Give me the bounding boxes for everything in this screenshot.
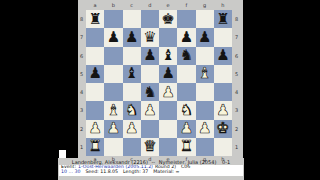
piece-black-pawn: ♟: [88, 66, 101, 81]
square-a7: [86, 28, 104, 46]
square-d1: ♛: [141, 138, 159, 156]
piece-black-pawn: ♟: [216, 48, 229, 63]
file-label-c: c: [123, 2, 141, 9]
square-a3: [86, 101, 104, 119]
square-f5: [177, 65, 195, 83]
rank-label-2: 2: [78, 120, 85, 138]
piece-white-pawn: ♟: [125, 121, 138, 136]
piece-black-pawn: ♟: [107, 30, 120, 45]
square-d4: ♞: [141, 83, 159, 101]
piece-white-rook: ♜: [88, 139, 101, 154]
square-f8: [177, 10, 195, 28]
piece-white-bishop: ♝: [107, 103, 120, 118]
piece-black-pawn: ♟: [125, 30, 138, 45]
eco-code: C06: [181, 165, 190, 170]
rank-label-7: 7: [78, 28, 85, 46]
square-f6: ♞: [177, 47, 195, 65]
file-label-e: e: [159, 2, 177, 9]
square-c3: ♞: [123, 101, 141, 119]
square-h6: ♟: [214, 47, 232, 65]
piece-white-knight: ♞: [125, 103, 138, 118]
rank-label-3: 3: [78, 101, 85, 119]
square-c5: ♝: [123, 65, 141, 83]
square-e3: [159, 101, 177, 119]
moves-token: 10 ... 30: [61, 169, 80, 174]
piece-white-king: ♚: [216, 121, 229, 136]
square-d2: [141, 120, 159, 138]
square-f4: [177, 83, 195, 101]
rank-label-6: 6: [78, 47, 85, 65]
square-e1: [159, 138, 177, 156]
piece-white-bishop: ♝: [198, 66, 211, 81]
square-b3: ♝: [104, 101, 122, 119]
rank-label-7: 7: [233, 28, 240, 46]
rank-label-5: 5: [233, 65, 240, 83]
square-a6: [86, 47, 104, 65]
square-f3: ♞: [177, 101, 195, 119]
square-g5: ♝: [196, 65, 214, 83]
rank-label-8: 8: [233, 10, 240, 28]
square-b4: [104, 83, 122, 101]
square-b1: [104, 138, 122, 156]
square-h8: ♜: [214, 10, 232, 28]
square-g7: ♟: [196, 28, 214, 46]
length-token: Length: 37: [123, 169, 148, 174]
rank-label-1: 1: [233, 138, 240, 156]
piece-white-pawn: ♟: [161, 85, 174, 100]
piece-white-pawn: ♟: [107, 121, 120, 136]
square-h7: [214, 28, 232, 46]
material-token: Material: =: [153, 169, 179, 174]
square-d6: ♟: [141, 47, 159, 65]
rank-label-6: 6: [233, 47, 240, 65]
piece-white-pawn: ♟: [180, 121, 193, 136]
piece-black-pawn: ♟: [161, 66, 174, 81]
square-g6: [196, 47, 214, 65]
square-c6: [123, 47, 141, 65]
file-labels-top: abcdefgh: [86, 2, 232, 9]
square-e8: ♚: [159, 10, 177, 28]
square-b8: [104, 10, 122, 28]
square-b5: [104, 65, 122, 83]
rank-labels-left: 87654321: [78, 10, 85, 156]
piece-black-bishop: ♝: [161, 48, 174, 63]
file-label-b: b: [104, 2, 122, 9]
square-d3: ♟: [141, 101, 159, 119]
piece-white-pawn: ♟: [88, 121, 101, 136]
piece-white-queen: ♛: [143, 139, 156, 154]
piece-white-pawn: ♟: [216, 103, 229, 118]
corner-artifact: [59, 150, 66, 158]
square-b2: ♟: [104, 120, 122, 138]
rank-label-4: 4: [78, 83, 85, 101]
file-label-f: f: [177, 2, 195, 9]
rank-label-5: 5: [78, 65, 85, 83]
square-g3: [196, 101, 214, 119]
rank-label-8: 8: [78, 10, 85, 28]
game-info-box: Event:1-Oost-Herwaarden (2005.11.2)Round…: [59, 165, 243, 177]
square-c1: [123, 138, 141, 156]
piece-black-queen: ♛: [143, 30, 156, 45]
rank-label-1: 1: [78, 138, 85, 156]
file-label-a: a: [86, 2, 104, 9]
file-label-h: h: [214, 2, 232, 9]
square-f7: ♟: [177, 28, 195, 46]
video-frame: abcdefgh abcdefgh 87654321 87654321 ♜♚♜♟…: [0, 0, 320, 180]
rank-label-2: 2: [233, 120, 240, 138]
square-e6: ♝: [159, 47, 177, 65]
piece-black-pawn: ♟: [198, 30, 211, 45]
square-e4: ♟: [159, 83, 177, 101]
piece-white-knight: ♞: [180, 103, 193, 118]
piece-black-pawn: ♟: [180, 30, 193, 45]
square-a5: ♟: [86, 65, 104, 83]
square-g2: ♟: [196, 120, 214, 138]
square-g1: [196, 138, 214, 156]
square-e7: [159, 28, 177, 46]
piece-black-bishop: ♝: [125, 66, 138, 81]
square-e5: ♟: [159, 65, 177, 83]
square-b6: [104, 47, 122, 65]
piece-white-pawn: ♟: [198, 121, 211, 136]
rank-label-4: 4: [233, 83, 240, 101]
square-a4: [86, 83, 104, 101]
square-c8: [123, 10, 141, 28]
square-h2: ♚: [214, 120, 232, 138]
square-h1: [214, 138, 232, 156]
square-c4: [123, 83, 141, 101]
seed-token: Seed: 11.8.05: [85, 169, 118, 174]
square-g4: [196, 83, 214, 101]
square-h3: ♟: [214, 101, 232, 119]
piece-white-rook: ♜: [180, 139, 193, 154]
square-e2: [159, 120, 177, 138]
square-d5: [141, 65, 159, 83]
piece-black-rook: ♜: [216, 12, 229, 27]
piece-black-rook: ♜: [88, 12, 101, 27]
piece-black-pawn: ♟: [143, 48, 156, 63]
square-c7: ♟: [123, 28, 141, 46]
piece-white-pawn: ♟: [143, 103, 156, 118]
square-a1: ♜: [86, 138, 104, 156]
piece-black-knight: ♞: [143, 85, 156, 100]
file-label-g: g: [196, 2, 214, 9]
square-f2: ♟: [177, 120, 195, 138]
stats-line: 10 ... 30Seed: 11.8.05Length: 37Material…: [61, 170, 241, 175]
square-h4: [214, 83, 232, 101]
piece-black-knight: ♞: [180, 48, 193, 63]
piece-black-king: ♚: [161, 12, 174, 27]
square-d7: ♛: [141, 28, 159, 46]
square-c2: ♟: [123, 120, 141, 138]
square-a2: ♟: [86, 120, 104, 138]
chess-board: ♜♚♜♟♟♛♟♟♟♝♞♟♟♝♟♝♞♟♝♞♟♞♟♟♟♟♟♟♚♜♛♜: [86, 10, 232, 156]
square-f1: ♜: [177, 138, 195, 156]
rank-label-3: 3: [233, 101, 240, 119]
square-b7: ♟: [104, 28, 122, 46]
square-d8: [141, 10, 159, 28]
square-g8: [196, 10, 214, 28]
square-a8: ♜: [86, 10, 104, 28]
square-h5: [214, 65, 232, 83]
file-label-d: d: [141, 2, 159, 9]
rank-labels-right: 87654321: [233, 10, 240, 156]
